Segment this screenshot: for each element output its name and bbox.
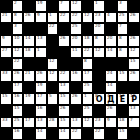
cell-code-number: 14: [107, 48, 112, 52]
cell-code-number: 1: [95, 1, 98, 5]
cell-code-number: 22: [95, 129, 100, 133]
cell-r12c3-black: [23, 128, 35, 140]
cell-code-number: 22: [72, 129, 77, 133]
cell-r8c6[interactable]: 13: [58, 82, 70, 94]
cell-r1c4[interactable]: 19: [35, 0, 47, 12]
cell-r9c2[interactable]: 16: [12, 93, 24, 105]
cell-r10c4[interactable]: 16: [35, 105, 47, 117]
cell-code-number: 7: [119, 24, 122, 28]
cell-r10c12[interactable]: 13: [128, 105, 140, 117]
cell-r1c8-black: [82, 0, 94, 12]
cell-code-number: 22: [72, 13, 77, 17]
cell-code-number: 23: [95, 13, 100, 17]
cell-code-number: 14: [25, 36, 30, 40]
cell-code-number: 8: [84, 59, 87, 63]
cell-code-number: 22: [84, 48, 89, 52]
cell-r2c4[interactable]: 9: [35, 12, 47, 24]
given-letter-Е: Е: [118, 94, 128, 104]
cell-code-number: 26: [130, 71, 135, 75]
cell-r11c1[interactable]: 33: [0, 117, 12, 129]
cell-r8c8[interactable]: 25: [82, 82, 94, 94]
cell-r3c2[interactable]: 3: [12, 23, 24, 35]
cell-r8c5-black: [47, 82, 59, 94]
cell-r6c1-black: [0, 58, 12, 70]
cell-r9c5[interactable]: 5: [47, 93, 59, 105]
cell-r4c2[interactable]: 10: [12, 35, 24, 47]
cell-code-number: 20: [72, 36, 77, 40]
cell-code-number: 15: [2, 94, 7, 98]
cell-code-number: 9: [107, 118, 110, 122]
cell-code-number: 12: [95, 48, 100, 52]
cell-r5c4[interactable]: 1: [35, 47, 47, 59]
cell-r5c10[interactable]: 14: [105, 47, 117, 59]
cell-code-number: 12: [49, 71, 54, 75]
cell-r3c4-black: [35, 23, 47, 35]
cell-r7c11[interactable]: 15: [117, 70, 129, 82]
cell-code-number: 25: [72, 24, 77, 28]
cell-r7c8[interactable]: 17: [82, 70, 94, 82]
cell-r5c1[interactable]: 27: [0, 47, 12, 59]
cell-code-number: 26: [60, 106, 65, 110]
cell-code-number: 22: [60, 13, 65, 17]
cell-code-number: 23: [95, 118, 100, 122]
cell-code-number: 27: [2, 48, 7, 52]
cell-r10c3-black: [23, 105, 35, 117]
cell-r6c6-black: [58, 58, 70, 70]
cell-code-number: 15: [14, 106, 19, 110]
cell-r11c12[interactable]: 7: [128, 117, 140, 129]
cell-r3c10-black: [105, 23, 117, 35]
cell-r7c6[interactable]: 22: [58, 70, 70, 82]
cell-r2c8[interactable]: 12: [82, 12, 94, 24]
cell-code-number: 18: [119, 118, 124, 122]
cell-code-number: 19: [37, 83, 42, 87]
cell-code-number: 16: [72, 71, 77, 75]
cell-code-number: 8: [119, 36, 122, 40]
cell-code-number: 17: [84, 71, 89, 75]
cell-r4c4[interactable]: 13: [35, 35, 47, 47]
cell-code-number: 12: [49, 59, 54, 63]
cell-r4c8[interactable]: 18: [82, 35, 94, 47]
cell-r6c8[interactable]: 8: [82, 58, 94, 70]
cell-r2c5[interactable]: 1: [47, 12, 59, 24]
cell-r2c1[interactable]: 21: [0, 12, 12, 24]
cell-code-number: 21: [2, 13, 7, 17]
cell-r4c7[interactable]: 20: [70, 35, 82, 47]
cell-code-number: 15: [119, 71, 124, 75]
cell-code-number: 12: [84, 118, 89, 122]
cell-code-number: 13: [60, 83, 65, 87]
cell-r2c9[interactable]: 23: [93, 12, 105, 24]
cell-r3c11[interactable]: 7: [117, 23, 129, 35]
cell-r11c4[interactable]: 13: [35, 117, 47, 129]
cell-r4c9[interactable]: 8: [93, 35, 105, 47]
cell-r11c5[interactable]: 28: [47, 117, 59, 129]
cell-r8c4[interactable]: 19: [35, 82, 47, 94]
cell-r12c12-black: [128, 128, 140, 140]
cell-r8c2[interactable]: 17: [12, 82, 24, 94]
cell-r1c7[interactable]: 12: [70, 0, 82, 12]
cell-r12c2[interactable]: 16: [12, 128, 24, 140]
cell-r8c3-black: [23, 82, 35, 94]
cell-code-number: 14: [37, 129, 42, 133]
cell-r12c7[interactable]: 22: [70, 128, 82, 140]
cell-code-number: 26: [130, 13, 135, 17]
cell-r10c1-black: [0, 105, 12, 117]
cell-code-number: 16: [14, 94, 19, 98]
cell-code-number: 19: [37, 1, 42, 5]
cell-r4c10[interactable]: 20: [105, 35, 117, 47]
cell-r5c11[interactable]: 8: [117, 47, 129, 59]
cell-r9c8[interactable]: 1: [82, 93, 94, 105]
cell-r4c3[interactable]: 14: [23, 35, 35, 47]
cell-r2c6[interactable]: 22: [58, 12, 70, 24]
cell-r5c8[interactable]: 22: [82, 47, 94, 59]
cell-code-number: 26: [14, 71, 19, 75]
cell-code-number: 26: [107, 106, 112, 110]
cell-r6c9-black: [93, 58, 105, 70]
cell-r8c9-black: [93, 82, 105, 94]
cell-r5c7[interactable]: 11: [70, 47, 82, 59]
cell-code-number: 26: [72, 94, 77, 98]
cell-code-number: 9: [2, 36, 5, 40]
cell-r10c11-black: [117, 105, 129, 117]
cell-r11c9[interactable]: 23: [93, 117, 105, 129]
cell-r2c3[interactable]: 26: [23, 12, 35, 24]
cell-r5c6-black: [58, 47, 70, 59]
cell-r10c8[interactable]: 25: [82, 105, 94, 117]
cell-code-number: 5: [49, 94, 52, 98]
cell-code-number: 25: [84, 83, 89, 87]
cell-r6c4-black: [35, 58, 47, 70]
cell-r10c9-black: [93, 105, 105, 117]
cell-code-number: 25: [119, 13, 124, 17]
cell-r8c7-black: [70, 82, 82, 94]
cell-r6c3-black: [23, 58, 35, 70]
cell-r1c6[interactable]: 7: [58, 0, 70, 12]
cell-r5c9[interactable]: 12: [93, 47, 105, 59]
cell-r12c6[interactable]: 14: [58, 128, 70, 140]
cell-code-number: 17: [25, 118, 30, 122]
cell-r12c8-black: [82, 128, 94, 140]
cell-r1c11[interactable]: 3: [117, 0, 129, 12]
cell-r12c4[interactable]: 14: [35, 128, 47, 140]
cell-code-number: 20: [107, 36, 112, 40]
cell-r9c12[interactable]: 18Р: [128, 93, 140, 105]
cell-code-number: 12: [130, 48, 135, 52]
cell-code-number: 16: [37, 106, 42, 110]
cell-r2c10[interactable]: 4: [105, 12, 117, 24]
cell-code-number: 18: [25, 48, 30, 52]
cell-r11c8[interactable]: 12: [82, 117, 94, 129]
cell-r9c7[interactable]: 26: [70, 93, 82, 105]
cell-r11c10[interactable]: 9: [105, 117, 117, 129]
cell-r9c4[interactable]: 17: [35, 93, 47, 105]
cell-r6c11-black: [117, 58, 129, 70]
cell-r7c2[interactable]: 26: [12, 70, 24, 82]
cell-code-number: 19: [25, 94, 30, 98]
cell-r7c4[interactable]: 26: [35, 70, 47, 82]
cell-code-number: 1: [84, 94, 87, 98]
given-letter-О: О: [94, 94, 104, 104]
cell-code-number: 7: [60, 1, 63, 5]
cell-code-number: 26: [60, 36, 65, 40]
cell-code-number: 12: [14, 48, 19, 52]
cell-r3c3-black: [23, 23, 35, 35]
cell-code-number: 15: [119, 129, 124, 133]
cell-r8c10[interactable]: 14: [105, 82, 117, 94]
cell-r9c6[interactable]: 15: [58, 93, 70, 105]
cell-code-number: 24: [107, 71, 112, 75]
cell-code-number: 8: [95, 36, 98, 40]
cell-code-number: 25: [84, 106, 89, 110]
cell-r10c10[interactable]: 26: [105, 105, 117, 117]
cell-r3c8-black: [82, 23, 94, 35]
cell-code-number: 33: [2, 71, 7, 75]
cell-r5c5-black: [47, 47, 59, 59]
cell-r7c9-black: [93, 70, 105, 82]
cell-r7c10[interactable]: 24: [105, 70, 117, 82]
cell-code-number: 20: [95, 24, 100, 28]
cell-code-number: 12: [72, 1, 77, 5]
cell-r1c12-black: [128, 0, 140, 12]
cell-r4c1[interactable]: 9: [0, 35, 12, 47]
cell-r3c6-black: [58, 23, 70, 35]
cell-r5c12[interactable]: 12: [128, 47, 140, 59]
cell-code-number: 2: [14, 1, 17, 5]
cell-r4c5-black: [47, 35, 59, 47]
given-letter-Р: Р: [129, 94, 139, 104]
cell-r8c11-black: [117, 82, 129, 94]
cell-r11c3[interactable]: 17: [23, 117, 35, 129]
cell-r8c12-black: [128, 82, 140, 94]
cell-code-number: 14: [60, 129, 65, 133]
cell-r3c9[interactable]: 20: [93, 23, 105, 35]
cell-r3c7[interactable]: 25: [70, 23, 82, 35]
cell-r3c12-black: [128, 23, 140, 35]
cell-code-number: 26: [37, 71, 42, 75]
cell-r4c11[interactable]: 8: [117, 35, 129, 47]
cell-code-number: 8: [119, 48, 122, 52]
cell-code-number: 21: [25, 71, 30, 75]
cell-r12c1-black: [0, 128, 12, 140]
cell-r6c2[interactable]: 22: [12, 58, 24, 70]
cell-code-number: 26: [25, 13, 30, 17]
cell-code-number: 11: [72, 48, 77, 52]
cell-code-number: 16: [14, 129, 19, 133]
cell-r7c7[interactable]: 16: [70, 70, 82, 82]
cell-r3c1-black: [0, 23, 12, 35]
cell-r9c11[interactable]: 12Е: [117, 93, 129, 105]
cell-code-number: 33: [2, 118, 7, 122]
cell-r7c3[interactable]: 21: [23, 70, 35, 82]
cell-r1c9[interactable]: 1: [93, 0, 105, 12]
cell-code-number: 1: [49, 13, 52, 17]
cell-r4c12[interactable]: 26: [128, 35, 140, 47]
cell-code-number: 4: [107, 13, 110, 17]
cell-code-number: 15: [60, 118, 65, 122]
cell-r6c10-black: [105, 58, 117, 70]
cell-r2c7[interactable]: 22: [70, 12, 82, 24]
cell-code-number: 12: [84, 13, 89, 17]
cell-code-number: 18: [84, 36, 89, 40]
cell-r12c11[interactable]: 15: [117, 128, 129, 140]
cell-r10c2[interactable]: 15: [12, 105, 24, 117]
cell-r1c10-black: [105, 0, 117, 12]
cell-r8c1-black: [0, 82, 12, 94]
cell-r7c5[interactable]: 12: [47, 70, 59, 82]
cell-code-number: 22: [60, 71, 65, 75]
cell-r4c6[interactable]: 26: [58, 35, 70, 47]
cell-r2c12[interactable]: 26: [128, 12, 140, 24]
cell-code-number: 17: [14, 83, 19, 87]
cell-r1c1-black: [0, 0, 12, 12]
cell-r1c5-black: [47, 0, 59, 12]
cell-r9c9[interactable]: 8О: [93, 93, 105, 105]
cell-code-number: 13: [130, 106, 135, 110]
cell-code-number: 10: [14, 36, 19, 40]
cell-code-number: 17: [37, 94, 42, 98]
cell-r5c3[interactable]: 18: [23, 47, 35, 59]
cell-code-number: 26: [130, 36, 135, 40]
cell-r10c7-black: [70, 105, 82, 117]
cell-r12c5-black: [47, 128, 59, 140]
cell-code-number: 15: [130, 59, 135, 63]
cell-r6c7-black: [70, 58, 82, 70]
cell-r11c11[interactable]: 18: [117, 117, 129, 129]
cell-code-number: 13: [37, 118, 42, 122]
cell-code-number: 1: [37, 48, 40, 52]
cell-code-number: 13: [72, 118, 77, 122]
cell-r6c12[interactable]: 15: [128, 58, 140, 70]
cell-code-number: 13: [37, 36, 42, 40]
cell-code-number: 28: [49, 118, 54, 122]
cell-code-number: 3: [119, 1, 122, 5]
cell-code-number: 7: [130, 118, 133, 122]
cell-r9c3[interactable]: 19: [23, 93, 35, 105]
cell-code-number: 9: [37, 13, 40, 17]
cell-r3c5[interactable]: 22: [47, 23, 59, 35]
cell-r2c2[interactable]: 8: [12, 12, 24, 24]
keyword-crossword-board: 2197121321826912222122342526322252079101…: [0, 0, 140, 140]
cell-r10c6[interactable]: 26: [58, 105, 70, 117]
cell-r11c6[interactable]: 15: [58, 117, 70, 129]
cell-code-number: 25: [14, 118, 19, 122]
cell-code-number: 14: [107, 83, 112, 87]
cell-code-number: 15: [60, 94, 65, 98]
cell-r9c1[interactable]: 15: [0, 93, 12, 105]
cell-r10c5-black: [47, 105, 59, 117]
cell-code-number: 22: [49, 24, 54, 28]
cell-r11c2[interactable]: 25: [12, 117, 24, 129]
cell-r6c5[interactable]: 12: [47, 58, 59, 70]
cell-r2c11[interactable]: 25: [117, 12, 129, 24]
cell-r12c10-black: [105, 128, 117, 140]
cell-r1c2[interactable]: 2: [12, 0, 24, 12]
given-letter-Д: Д: [106, 94, 116, 104]
cell-r11c7[interactable]: 13: [70, 117, 82, 129]
cell-code-number: 8: [14, 13, 17, 17]
cell-r9c10[interactable]: 4Д: [105, 93, 117, 105]
cell-code-number: 3: [14, 24, 17, 28]
cell-r7c12[interactable]: 26: [128, 70, 140, 82]
cell-r12c9[interactable]: 22: [93, 128, 105, 140]
cell-r1c3-black: [23, 0, 35, 12]
cell-code-number: 22: [14, 59, 19, 63]
cell-r7c1[interactable]: 33: [0, 70, 12, 82]
cell-r5c2[interactable]: 12: [12, 47, 24, 59]
